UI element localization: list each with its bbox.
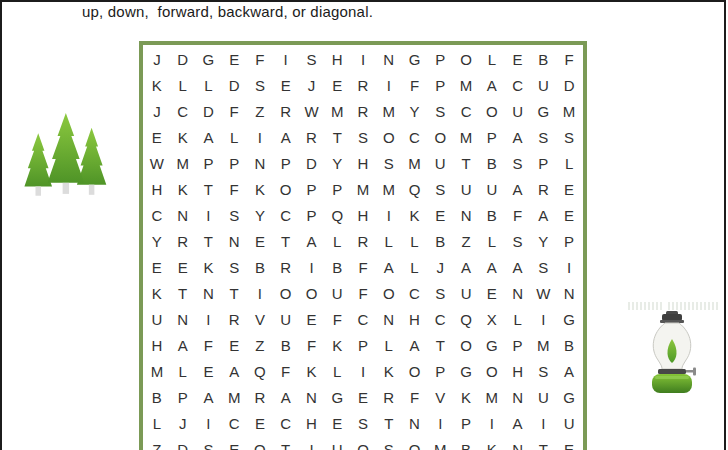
letter-grid: JDGEFISHINGPOLEBFKLLDSEJERIFPMACUDJCDFZR… xyxy=(144,46,582,450)
grid-cell: G xyxy=(530,98,556,124)
grid-cell: I xyxy=(299,254,325,280)
grid-cell: L xyxy=(196,72,222,98)
grid-cell: P xyxy=(427,46,453,72)
grid-cell: U xyxy=(324,280,350,306)
grid-cell: G xyxy=(324,384,350,410)
grid-cell: M xyxy=(479,384,505,410)
grid-cell: R xyxy=(350,98,376,124)
grid-cell: R xyxy=(376,384,402,410)
grid-cell: S xyxy=(530,124,556,150)
grid-cell: P xyxy=(299,202,325,228)
grid-cell: R xyxy=(350,228,376,254)
grid-cell: E xyxy=(324,72,350,98)
grid-cell: M xyxy=(402,150,428,176)
grid-cell: I xyxy=(376,72,402,98)
grid-cell: B xyxy=(556,332,582,358)
grid-cell: A xyxy=(556,358,582,384)
grid-cell: L xyxy=(479,46,505,72)
grid-cell: P xyxy=(479,124,505,150)
grid-cell: C xyxy=(505,72,531,98)
grid-cell: O xyxy=(479,358,505,384)
grid-cell: A xyxy=(505,124,531,150)
grid-cell: E xyxy=(324,410,350,436)
grid-cell: J xyxy=(144,98,170,124)
grid-cell: I xyxy=(273,46,299,72)
grid-cell: I xyxy=(427,410,453,436)
grid-cell: L xyxy=(402,254,428,280)
grid-cell: R xyxy=(273,254,299,280)
grid-cell: S xyxy=(221,254,247,280)
grid-cell: T xyxy=(324,124,350,150)
grid-cell: W xyxy=(144,150,170,176)
grid-cell: M xyxy=(170,150,196,176)
grid-cell: Y xyxy=(402,98,428,124)
grid-cell: P xyxy=(170,384,196,410)
grid-cell: C xyxy=(402,124,428,150)
grid-cell: E xyxy=(221,436,247,450)
grid-cell: Q xyxy=(247,358,273,384)
grid-cell: B xyxy=(324,254,350,280)
grid-cell: R xyxy=(273,98,299,124)
grid-cell: H xyxy=(144,176,170,202)
grid-cell: E xyxy=(556,436,582,450)
grid-cell: Y xyxy=(247,202,273,228)
grid-cell: A xyxy=(505,176,531,202)
grid-cell: N xyxy=(221,228,247,254)
grid-cell: D xyxy=(170,436,196,450)
grid-cell: F xyxy=(299,332,325,358)
grid-cell: L xyxy=(324,358,350,384)
grid-cell: P xyxy=(350,332,376,358)
grid-cell: Q xyxy=(453,306,479,332)
grid-cell: H xyxy=(350,150,376,176)
grid-cell: T xyxy=(530,436,556,450)
grid-cell: N xyxy=(402,410,428,436)
grid-cell: L xyxy=(376,332,402,358)
grid-cell: P xyxy=(453,410,479,436)
grid-cell: A xyxy=(376,254,402,280)
grid-cell: P xyxy=(427,358,453,384)
grid-cell: B xyxy=(479,150,505,176)
grid-cell: K xyxy=(170,176,196,202)
grid-cell: K xyxy=(376,358,402,384)
grid-cell: E xyxy=(196,358,222,384)
grid-cell: E xyxy=(350,384,376,410)
grid-cell: K xyxy=(144,72,170,98)
grid-cell: G xyxy=(556,306,582,332)
grid-cell: T xyxy=(170,280,196,306)
grid-cell: O xyxy=(427,124,453,150)
grid-cell: I xyxy=(247,280,273,306)
grid-cell: A xyxy=(505,410,531,436)
grid-cell: M xyxy=(427,436,453,450)
grid-cell: G xyxy=(556,384,582,410)
grid-cell: O xyxy=(273,280,299,306)
grid-cell: M xyxy=(530,332,556,358)
grid-cell: S xyxy=(427,98,453,124)
grid-cell: I xyxy=(196,306,222,332)
grid-cell: K xyxy=(196,254,222,280)
grid-cell: D xyxy=(299,150,325,176)
grid-cell: I xyxy=(247,124,273,150)
grid-cell: S xyxy=(530,254,556,280)
grid-cell: S xyxy=(376,150,402,176)
lantern-icon xyxy=(641,310,703,402)
grid-cell: N xyxy=(376,306,402,332)
grid-cell: U xyxy=(427,150,453,176)
grid-cell: C xyxy=(402,280,428,306)
grid-cell: M xyxy=(453,72,479,98)
grid-cell: U xyxy=(453,280,479,306)
grid-cell: Y xyxy=(530,228,556,254)
grid-cell: O xyxy=(299,280,325,306)
grid-cell: C xyxy=(221,410,247,436)
grid-cell: U xyxy=(144,306,170,332)
grid-cell: L xyxy=(376,228,402,254)
grid-cell: N xyxy=(247,150,273,176)
grid-cell: A xyxy=(221,358,247,384)
grid-cell: N xyxy=(196,280,222,306)
grid-cell: E xyxy=(273,72,299,98)
grid-cell: E xyxy=(144,254,170,280)
grid-cell: P xyxy=(299,176,325,202)
grid-cell: G xyxy=(402,46,428,72)
grid-cell: S xyxy=(350,410,376,436)
grid-cell: I xyxy=(479,410,505,436)
grid-cell: O xyxy=(402,436,428,450)
grid-cell: W xyxy=(530,280,556,306)
grid-cell: A xyxy=(273,124,299,150)
grid-cell: P xyxy=(530,150,556,176)
grid-cell: E xyxy=(221,332,247,358)
grid-cell: L xyxy=(556,150,582,176)
pine-trees-icon xyxy=(18,110,110,218)
grid-cell: N xyxy=(299,384,325,410)
worksheet-canvas: up, down, forward, backward, or diagonal… xyxy=(0,0,728,450)
grid-cell: P xyxy=(273,150,299,176)
grid-cell: O xyxy=(376,124,402,150)
grid-cell: M xyxy=(376,98,402,124)
grid-cell: C xyxy=(427,306,453,332)
grid-cell: T xyxy=(196,176,222,202)
grid-cell: K xyxy=(170,124,196,150)
grid-cell: I xyxy=(530,306,556,332)
grid-cell: I xyxy=(350,358,376,384)
grid-cell: S xyxy=(196,436,222,450)
grid-cell: O xyxy=(453,46,479,72)
grid-cell: U xyxy=(479,176,505,202)
grid-cell: M xyxy=(221,384,247,410)
grid-cell: U xyxy=(324,436,350,450)
grid-cell: F xyxy=(556,46,582,72)
grid-cell: Y xyxy=(324,150,350,176)
grid-cell: R xyxy=(530,176,556,202)
grid-cell: U xyxy=(556,410,582,436)
grid-cell: N xyxy=(170,202,196,228)
grid-cell: U xyxy=(453,176,479,202)
grid-cell: I xyxy=(530,410,556,436)
grid-cell: M xyxy=(453,124,479,150)
grid-cell: R xyxy=(170,228,196,254)
grid-cell: N xyxy=(376,46,402,72)
grid-cell: E xyxy=(247,228,273,254)
grid-cell: A xyxy=(402,332,428,358)
grid-cell: X xyxy=(479,306,505,332)
grid-cell: D xyxy=(221,72,247,98)
grid-cell: O xyxy=(479,98,505,124)
grid-cell: H xyxy=(324,46,350,72)
grid-cell: C xyxy=(170,98,196,124)
grid-cell: O xyxy=(402,358,428,384)
grid-cell: Q xyxy=(350,436,376,450)
grid-cell: P xyxy=(505,332,531,358)
grid-cell: R xyxy=(299,124,325,150)
grid-cell: E xyxy=(505,46,531,72)
grid-cell: I xyxy=(376,202,402,228)
grid-cell: S xyxy=(350,124,376,150)
grid-cell: G xyxy=(453,358,479,384)
grid-cell: R xyxy=(221,306,247,332)
grid-cell: F xyxy=(273,358,299,384)
grid-cell: I xyxy=(299,436,325,450)
grid-cell: N xyxy=(505,384,531,410)
grid-cell: C xyxy=(273,410,299,436)
grid-cell: K xyxy=(402,202,428,228)
grid-cell: O xyxy=(273,176,299,202)
grid-cell: E xyxy=(221,46,247,72)
grid-cell: T xyxy=(196,228,222,254)
grid-cell: M xyxy=(144,358,170,384)
grid-cell: O xyxy=(247,436,273,450)
grid-cell: Z xyxy=(247,98,273,124)
grid-cell: A xyxy=(196,384,222,410)
grid-cell: C xyxy=(350,306,376,332)
grid-cell: V xyxy=(247,306,273,332)
grid-cell: N xyxy=(170,306,196,332)
grid-cell: T xyxy=(273,436,299,450)
grid-cell: E xyxy=(427,202,453,228)
grid-cell: A xyxy=(505,254,531,280)
grid-cell: E xyxy=(144,124,170,150)
grid-cell: H xyxy=(350,202,376,228)
grid-cell: U xyxy=(530,384,556,410)
grid-cell: Y xyxy=(144,228,170,254)
grid-cell: N xyxy=(453,202,479,228)
grid-cell: T xyxy=(453,150,479,176)
grid-cell: K xyxy=(324,332,350,358)
grid-cell: F xyxy=(402,384,428,410)
grid-cell: B xyxy=(453,436,479,450)
grid-cell: S xyxy=(505,150,531,176)
grid-cell: Z xyxy=(247,332,273,358)
grid-cell: D xyxy=(556,72,582,98)
grid-cell: M xyxy=(324,98,350,124)
grid-cell: I xyxy=(350,46,376,72)
grid-cell: K xyxy=(453,384,479,410)
grid-cell: L xyxy=(324,228,350,254)
grid-cell: L xyxy=(402,228,428,254)
grid-cell: E xyxy=(556,202,582,228)
grid-cell: I xyxy=(196,410,222,436)
grid-cell: J xyxy=(144,46,170,72)
grid-cell: N xyxy=(505,436,531,450)
grid-cell: M xyxy=(350,176,376,202)
grid-cell: O xyxy=(453,332,479,358)
grid-cell: F xyxy=(324,306,350,332)
grid-cell: M xyxy=(556,98,582,124)
grid-cell: S xyxy=(427,176,453,202)
grid-cell: L xyxy=(479,228,505,254)
grid-cell: A xyxy=(196,124,222,150)
grid-cell: B xyxy=(479,202,505,228)
grid-cell: Z xyxy=(453,228,479,254)
grid-cell: F xyxy=(505,202,531,228)
grid-cell: F xyxy=(221,98,247,124)
grid-cell: L xyxy=(170,72,196,98)
grid-cell: F xyxy=(247,46,273,72)
grid-cell: I xyxy=(196,202,222,228)
grid-cell: B xyxy=(273,332,299,358)
grid-cell: S xyxy=(505,228,531,254)
grid-cell: B xyxy=(530,46,556,72)
grid-cell: M xyxy=(376,176,402,202)
grid-cell: K xyxy=(247,176,273,202)
grid-cell: G xyxy=(479,332,505,358)
grid-cell: C xyxy=(453,98,479,124)
grid-cell: S xyxy=(299,46,325,72)
grid-cell: N xyxy=(505,280,531,306)
grid-cell: G xyxy=(196,46,222,72)
grid-cell: A xyxy=(479,254,505,280)
grid-cell: Q xyxy=(402,176,428,202)
word-search-grid: JDGEFISHINGPOLEBFKLLDSEJERIFPMACUDJCDFZR… xyxy=(139,41,587,450)
grid-cell: S xyxy=(556,124,582,150)
grid-cell: U xyxy=(530,72,556,98)
grid-cell: E xyxy=(247,410,273,436)
grid-cell: T xyxy=(376,410,402,436)
grid-cell: K xyxy=(479,436,505,450)
grid-cell: A xyxy=(530,202,556,228)
grid-cell: P xyxy=(427,72,453,98)
grid-cell: D xyxy=(170,46,196,72)
grid-cell: R xyxy=(247,384,273,410)
grid-cell: U xyxy=(273,306,299,332)
grid-cell: S xyxy=(530,358,556,384)
grid-cell: H xyxy=(505,358,531,384)
grid-cell: P xyxy=(221,150,247,176)
grid-cell: O xyxy=(376,280,402,306)
grid-cell: B xyxy=(144,384,170,410)
grid-cell: J xyxy=(427,254,453,280)
grid-cell: B xyxy=(427,228,453,254)
grid-cell: H xyxy=(402,306,428,332)
grid-cell: P xyxy=(556,228,582,254)
grid-cell: B xyxy=(247,254,273,280)
grid-cell: E xyxy=(556,176,582,202)
grid-cell: U xyxy=(505,98,531,124)
grid-cell: F xyxy=(402,72,428,98)
instructions-text: up, down, forward, backward, or diagonal… xyxy=(82,3,373,20)
grid-cell: K xyxy=(299,358,325,384)
grid-cell: H xyxy=(144,332,170,358)
grid-cell: L xyxy=(144,410,170,436)
grid-cell: S xyxy=(427,280,453,306)
grid-cell: S xyxy=(247,72,273,98)
grid-cell: L xyxy=(170,358,196,384)
grid-cell: Q xyxy=(324,202,350,228)
grid-cell: F xyxy=(350,254,376,280)
grid-cell: D xyxy=(196,98,222,124)
grid-cell: S xyxy=(376,436,402,450)
grid-cell: Z xyxy=(144,436,170,450)
grid-cell: I xyxy=(556,254,582,280)
grid-cell: L xyxy=(505,306,531,332)
grid-cell: F xyxy=(350,280,376,306)
grid-cell: L xyxy=(221,124,247,150)
grid-cell: J xyxy=(299,72,325,98)
watermark xyxy=(628,302,720,310)
grid-cell: N xyxy=(556,280,582,306)
grid-cell: A xyxy=(479,72,505,98)
grid-cell: K xyxy=(144,280,170,306)
grid-cell: A xyxy=(273,384,299,410)
grid-cell: W xyxy=(299,98,325,124)
grid-cell: C xyxy=(273,202,299,228)
grid-cell: E xyxy=(170,254,196,280)
grid-cell: R xyxy=(350,72,376,98)
grid-cell: F xyxy=(196,332,222,358)
grid-cell: J xyxy=(170,410,196,436)
grid-cell: T xyxy=(273,228,299,254)
grid-cell: P xyxy=(196,150,222,176)
grid-cell: P xyxy=(324,176,350,202)
grid-cell: T xyxy=(427,332,453,358)
grid-cell: H xyxy=(299,410,325,436)
grid-cell: A xyxy=(299,228,325,254)
grid-cell: V xyxy=(427,384,453,410)
grid-cell: T xyxy=(221,280,247,306)
grid-cell: F xyxy=(221,176,247,202)
grid-cell: C xyxy=(144,202,170,228)
grid-cell: A xyxy=(453,254,479,280)
grid-cell: E xyxy=(299,306,325,332)
grid-cell: A xyxy=(170,332,196,358)
grid-cell: S xyxy=(221,202,247,228)
grid-cell: E xyxy=(479,280,505,306)
